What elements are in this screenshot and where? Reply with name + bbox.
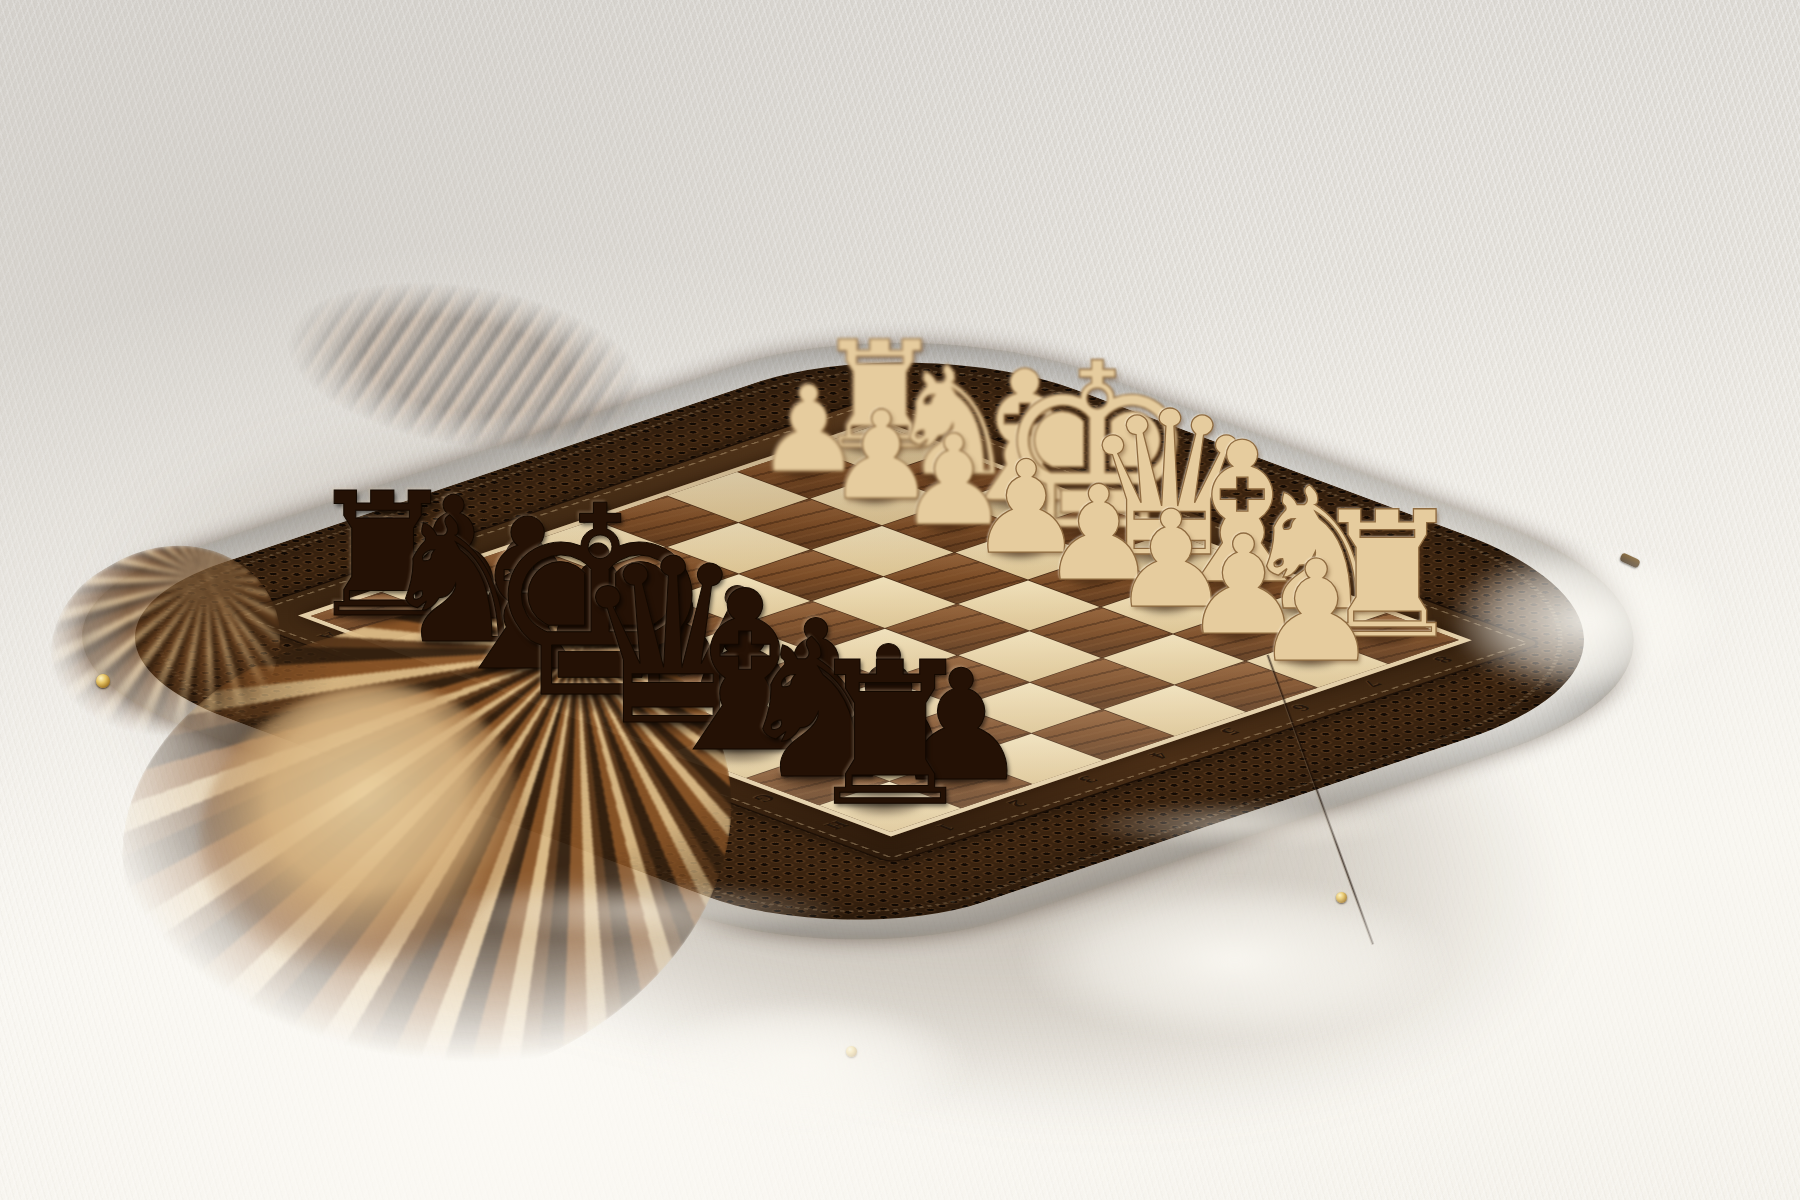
- dark-rook-h1[interactable]: ♜: [801, 636, 978, 834]
- gold-pin-left: [96, 674, 110, 688]
- gold-pin-right: [1336, 892, 1347, 903]
- chess-photo-scene: ABCDEFGH12345678 ♜♟♞♟♝♟♚♟♛♟♝♟♟♞♜♟♟♜♞♟♟♝♟…: [0, 0, 1800, 1200]
- gold-pin-bottom: [846, 1046, 857, 1057]
- light-pawn-h7[interactable]: ♟: [1253, 542, 1378, 682]
